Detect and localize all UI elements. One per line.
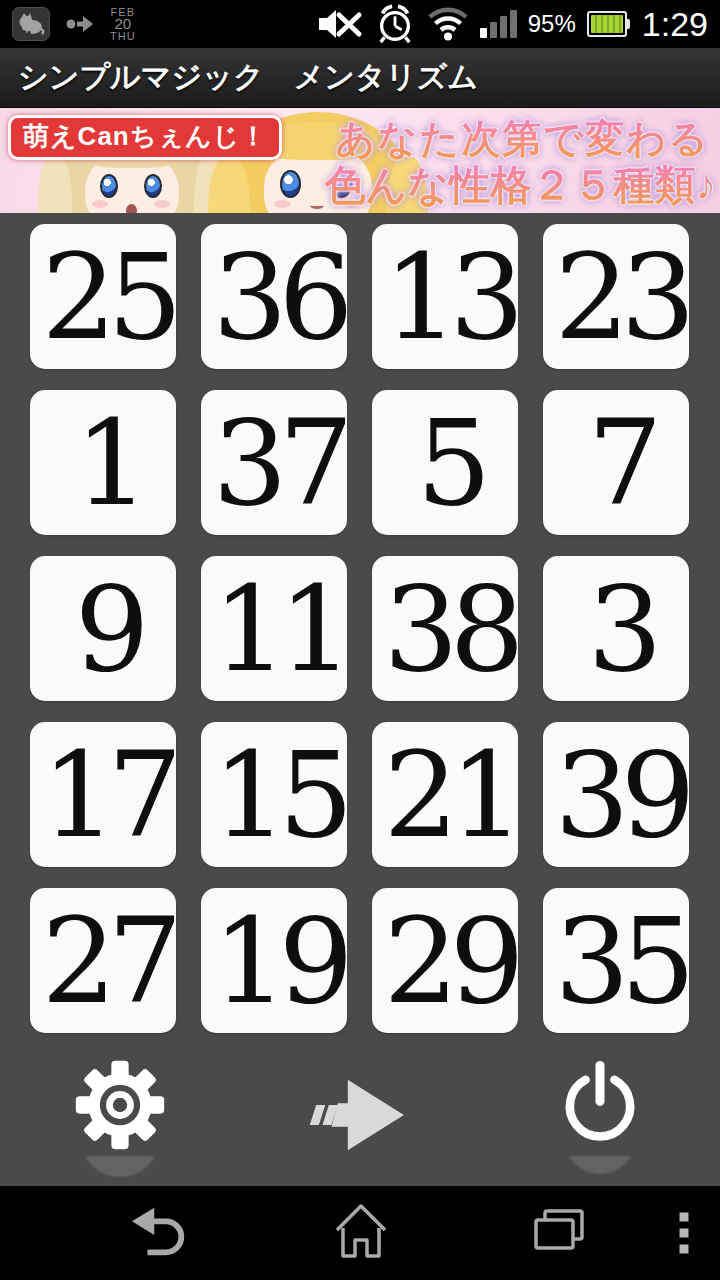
recent-apps-icon xyxy=(532,1208,586,1254)
number-card[interactable]: 7 xyxy=(543,390,689,535)
number-card[interactable]: 15 xyxy=(201,722,347,867)
main-area: 25361323137579113831715213927192935 xyxy=(0,213,720,1186)
card-number: 27 xyxy=(32,902,173,1020)
ad-badge: 萌えCanちぇんじ！ xyxy=(8,115,282,160)
number-card[interactable]: 1 xyxy=(30,390,176,535)
card-number: 9 xyxy=(65,570,140,688)
number-card[interactable]: 13 xyxy=(372,224,518,369)
power-button[interactable] xyxy=(480,1044,720,1186)
home-button[interactable] xyxy=(333,1202,389,1264)
number-card[interactable]: 17 xyxy=(30,722,176,867)
battery-icon xyxy=(587,11,627,37)
recent-apps-button[interactable] xyxy=(532,1208,586,1258)
navigation-bar xyxy=(0,1186,720,1280)
card-number: 36 xyxy=(203,238,344,356)
back-button[interactable] xyxy=(130,1205,192,1261)
mute-icon xyxy=(317,7,363,41)
ad-banner[interactable]: 萌えCanちぇんじ！ あなた次第で変わる 色んな性格２５種類♪ xyxy=(0,108,720,213)
next-arrow-icon xyxy=(308,1071,412,1159)
next-button[interactable] xyxy=(240,1044,480,1186)
number-card[interactable]: 25 xyxy=(30,224,176,369)
number-card[interactable]: 27 xyxy=(30,888,176,1033)
card-number: 15 xyxy=(203,736,344,854)
number-card[interactable]: 39 xyxy=(543,722,689,867)
home-icon xyxy=(333,1202,389,1260)
page-title: シンプルマジック メンタリズム xyxy=(18,57,478,98)
status-date: FEB 20 THU xyxy=(110,7,136,41)
card-number: 11 xyxy=(203,570,344,688)
number-card[interactable]: 3 xyxy=(543,556,689,701)
settings-button[interactable] xyxy=(0,1044,240,1186)
number-card[interactable]: 9 xyxy=(30,556,176,701)
menu-button[interactable] xyxy=(680,1213,689,1254)
card-number: 13 xyxy=(374,238,515,356)
number-card[interactable]: 35 xyxy=(543,888,689,1033)
card-number: 7 xyxy=(578,404,653,522)
card-number: 25 xyxy=(32,238,173,356)
number-card[interactable]: 19 xyxy=(201,888,347,1033)
settings-gear-icon xyxy=(72,1057,168,1153)
card-number: 5 xyxy=(407,404,482,522)
status-time: 1:29 xyxy=(642,5,708,44)
number-card[interactable]: 5 xyxy=(372,390,518,535)
card-number: 23 xyxy=(545,238,686,356)
wifi-icon xyxy=(427,7,469,41)
number-card[interactable]: 21 xyxy=(372,722,518,867)
menu-icon xyxy=(680,1213,689,1254)
battery-percent: 95% xyxy=(528,10,576,38)
alarm-icon xyxy=(374,3,416,45)
title-bar: シンプルマジック メンタリズム xyxy=(0,48,720,108)
power-icon xyxy=(555,1057,645,1153)
number-grid: 25361323137579113831715213927192935 xyxy=(0,213,720,1033)
toolbar xyxy=(0,1044,720,1186)
status-bar: FEB 20 THU xyxy=(0,0,720,48)
card-number: 1 xyxy=(65,404,140,522)
card-number: 37 xyxy=(203,404,344,522)
phone-screen: FEB 20 THU xyxy=(0,0,720,1280)
card-number: 29 xyxy=(374,902,515,1020)
card-number: 21 xyxy=(374,736,515,854)
card-number: 17 xyxy=(32,736,173,854)
number-card[interactable]: 29 xyxy=(372,888,518,1033)
back-icon xyxy=(130,1205,192,1257)
number-card[interactable]: 11 xyxy=(201,556,347,701)
number-card[interactable]: 38 xyxy=(372,556,518,701)
card-number: 3 xyxy=(578,570,653,688)
number-card[interactable]: 23 xyxy=(543,224,689,369)
signal-icon xyxy=(480,10,517,38)
card-number: 35 xyxy=(545,902,686,1020)
number-card[interactable]: 37 xyxy=(201,390,347,535)
app-notification-icon xyxy=(12,7,50,41)
card-number: 39 xyxy=(545,736,686,854)
card-number: 19 xyxy=(203,902,344,1020)
ad-text-line2: 色んな性格２５種類♪ xyxy=(325,158,716,213)
number-card[interactable]: 36 xyxy=(201,224,347,369)
card-number: 38 xyxy=(374,570,515,688)
call-forward-icon xyxy=(66,14,94,34)
